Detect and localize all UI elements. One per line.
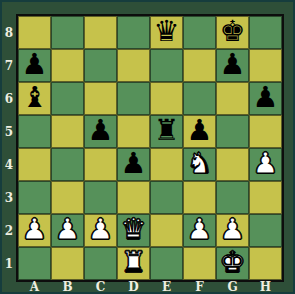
rank-label-5: 5 xyxy=(2,115,16,148)
file-label-A: A xyxy=(18,280,51,294)
square-h5[interactable] xyxy=(249,115,282,148)
square-e8[interactable]: ♛ xyxy=(150,16,183,49)
square-d3[interactable] xyxy=(117,181,150,214)
square-g2[interactable]: ♟ xyxy=(216,214,249,247)
piece-black-pawn[interactable]: ♟ xyxy=(22,49,48,80)
rank-labels: 87654321 xyxy=(2,16,16,280)
square-g8[interactable]: ♚ xyxy=(216,16,249,49)
square-c4[interactable] xyxy=(84,148,117,181)
piece-white-pawn[interactable]: ♟ xyxy=(55,214,81,245)
square-b5[interactable] xyxy=(51,115,84,148)
square-d2[interactable]: ♛ xyxy=(117,214,150,247)
square-f5[interactable]: ♟ xyxy=(183,115,216,148)
file-label-H: H xyxy=(249,280,282,294)
square-g3[interactable] xyxy=(216,181,249,214)
square-h4[interactable]: ♟ xyxy=(249,148,282,181)
piece-white-queen[interactable]: ♛ xyxy=(121,214,147,245)
rank-label-3: 3 xyxy=(2,181,16,214)
square-f2[interactable]: ♟ xyxy=(183,214,216,247)
square-b4[interactable] xyxy=(51,148,84,181)
piece-black-queen[interactable]: ♛ xyxy=(154,16,180,47)
piece-white-pawn[interactable]: ♟ xyxy=(22,214,48,245)
square-b1[interactable] xyxy=(51,247,84,280)
square-h1[interactable] xyxy=(249,247,282,280)
square-f1[interactable] xyxy=(183,247,216,280)
square-d1[interactable]: ♜ xyxy=(117,247,150,280)
piece-white-knight[interactable]: ♞ xyxy=(187,148,213,179)
square-a3[interactable] xyxy=(18,181,51,214)
square-b8[interactable] xyxy=(51,16,84,49)
square-e2[interactable] xyxy=(150,214,183,247)
square-g7[interactable]: ♟ xyxy=(216,49,249,82)
piece-white-pawn[interactable]: ♟ xyxy=(253,148,279,179)
square-a7[interactable]: ♟ xyxy=(18,49,51,82)
square-e5[interactable]: ♜ xyxy=(150,115,183,148)
piece-white-king[interactable]: ♚ xyxy=(220,247,246,278)
piece-black-pawn[interactable]: ♟ xyxy=(187,115,213,146)
piece-white-pawn[interactable]: ♟ xyxy=(220,214,246,245)
square-d8[interactable] xyxy=(117,16,150,49)
piece-black-pawn[interactable]: ♟ xyxy=(220,49,246,80)
file-label-D: D xyxy=(117,280,150,294)
piece-black-pawn[interactable]: ♟ xyxy=(88,115,114,146)
square-b2[interactable]: ♟ xyxy=(51,214,84,247)
rank-label-1: 1 xyxy=(2,247,16,280)
chess-board[interactable]: ♛♚♟♟♝♟♟♜♟♟♞♟♟♟♟♛♟♟♜♚ xyxy=(16,14,284,282)
square-g1[interactable]: ♚ xyxy=(216,247,249,280)
square-c6[interactable] xyxy=(84,82,117,115)
square-f7[interactable] xyxy=(183,49,216,82)
square-e6[interactable] xyxy=(150,82,183,115)
square-b6[interactable] xyxy=(51,82,84,115)
piece-white-pawn[interactable]: ♟ xyxy=(187,214,213,245)
rank-label-8: 8 xyxy=(2,16,16,49)
square-c8[interactable] xyxy=(84,16,117,49)
square-e7[interactable] xyxy=(150,49,183,82)
file-label-E: E xyxy=(150,280,183,294)
square-g5[interactable] xyxy=(216,115,249,148)
square-d5[interactable] xyxy=(117,115,150,148)
square-f6[interactable] xyxy=(183,82,216,115)
square-e3[interactable] xyxy=(150,181,183,214)
piece-black-pawn[interactable]: ♟ xyxy=(253,82,279,113)
square-g4[interactable] xyxy=(216,148,249,181)
square-a1[interactable] xyxy=(18,247,51,280)
square-d7[interactable] xyxy=(117,49,150,82)
square-b7[interactable] xyxy=(51,49,84,82)
square-g6[interactable] xyxy=(216,82,249,115)
rank-label-6: 6 xyxy=(2,82,16,115)
chess-board-window: 87654321 ♛♚♟♟♝♟♟♜♟♟♞♟♟♟♟♛♟♟♜♚ ABCDEFGH xyxy=(0,0,295,294)
piece-black-king[interactable]: ♚ xyxy=(220,16,246,47)
square-f4[interactable]: ♞ xyxy=(183,148,216,181)
square-c5[interactable]: ♟ xyxy=(84,115,117,148)
piece-black-bishop[interactable]: ♝ xyxy=(22,82,48,113)
square-c7[interactable] xyxy=(84,49,117,82)
square-h7[interactable] xyxy=(249,49,282,82)
square-a4[interactable] xyxy=(18,148,51,181)
square-f3[interactable] xyxy=(183,181,216,214)
square-c2[interactable]: ♟ xyxy=(84,214,117,247)
file-label-G: G xyxy=(216,280,249,294)
piece-white-pawn[interactable]: ♟ xyxy=(88,214,114,245)
square-c3[interactable] xyxy=(84,181,117,214)
file-labels: ABCDEFGH xyxy=(18,280,282,294)
square-h2[interactable] xyxy=(249,214,282,247)
rank-label-7: 7 xyxy=(2,49,16,82)
square-a5[interactable] xyxy=(18,115,51,148)
rank-label-2: 2 xyxy=(2,214,16,247)
file-label-F: F xyxy=(183,280,216,294)
square-b3[interactable] xyxy=(51,181,84,214)
square-e1[interactable] xyxy=(150,247,183,280)
square-e4[interactable] xyxy=(150,148,183,181)
square-h3[interactable] xyxy=(249,181,282,214)
square-a6[interactable]: ♝ xyxy=(18,82,51,115)
piece-black-pawn[interactable]: ♟ xyxy=(121,148,147,179)
rank-label-4: 4 xyxy=(2,148,16,181)
piece-white-rook[interactable]: ♜ xyxy=(121,247,147,278)
square-a2[interactable]: ♟ xyxy=(18,214,51,247)
file-label-C: C xyxy=(84,280,117,294)
piece-black-rook[interactable]: ♜ xyxy=(154,115,180,146)
square-a8[interactable] xyxy=(18,16,51,49)
square-f8[interactable] xyxy=(183,16,216,49)
square-h6[interactable]: ♟ xyxy=(249,82,282,115)
square-c1[interactable] xyxy=(84,247,117,280)
square-d6[interactable] xyxy=(117,82,150,115)
file-label-B: B xyxy=(51,280,84,294)
square-d4[interactable]: ♟ xyxy=(117,148,150,181)
square-h8[interactable] xyxy=(249,16,282,49)
